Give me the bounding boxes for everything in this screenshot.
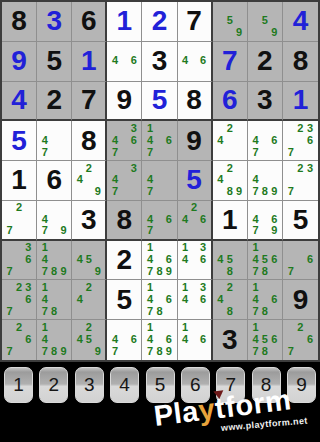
- pencil-mark-2: 2: [84, 321, 93, 333]
- given-digit: 3: [222, 326, 238, 354]
- cell-r5c8[interactable]: 4789: [248, 161, 283, 201]
- pencil-mark-4: 4: [40, 213, 49, 225]
- pencil-marks: 14678: [145, 281, 173, 317]
- pencil-mark-7: 7: [145, 225, 154, 237]
- pencil-mark-8: 8: [155, 266, 164, 278]
- cell-r6c3[interactable]: 3: [72, 201, 107, 241]
- pencil-marks: 347: [110, 162, 138, 198]
- pencil-mark-6: 6: [164, 134, 173, 146]
- cell-r3c2[interactable]: 2: [37, 82, 72, 122]
- given-digit: 2: [46, 86, 62, 114]
- bottom-bar: 123456789 Playtform www.playtform.net: [0, 362, 320, 442]
- cell-r6c9[interactable]: 5: [283, 201, 318, 241]
- given-digit: 5: [117, 286, 133, 314]
- pencil-marks: 248: [216, 281, 244, 317]
- pencil-mark-4: 4: [145, 293, 154, 305]
- user-digit: 1: [293, 86, 309, 114]
- cell-r3c7[interactable]: 6: [213, 82, 248, 122]
- pencil-marks: 367: [5, 242, 33, 278]
- pencil-mark-2: 2: [14, 202, 23, 214]
- cell-r5c9[interactable]: 237: [283, 161, 318, 201]
- cell-r8c1[interactable]: 2367: [2, 280, 37, 320]
- pencil-mark-9: 9: [59, 225, 68, 237]
- given-digit: 2: [257, 47, 273, 75]
- pencil-mark-8: 8: [155, 305, 164, 317]
- pencil-marks: 59: [216, 3, 244, 39]
- pencil-mark-1: 1: [40, 321, 49, 333]
- user-digit: 1: [117, 7, 133, 35]
- pencil-marks: 47: [40, 122, 68, 158]
- pencil-mark-9: 9: [270, 225, 279, 237]
- pencil-marks: 67: [286, 242, 315, 278]
- pencil-mark-4: 4: [75, 254, 84, 266]
- pencil-marks: 59: [251, 3, 279, 39]
- pencil-mark-9: 9: [93, 346, 102, 358]
- user-digit: 9: [11, 47, 27, 75]
- pencil-mark-8: 8: [260, 266, 269, 278]
- pencil-marks: 246: [181, 202, 208, 237]
- given-digit: 6: [46, 166, 62, 194]
- pencil-mark-4: 4: [145, 174, 154, 186]
- given-digit: 1: [222, 206, 238, 234]
- pencil-mark-4: 4: [181, 55, 190, 67]
- given-digit: 5: [46, 47, 62, 75]
- pencil-mark-6: 6: [164, 293, 173, 305]
- pencil-mark-8: 8: [49, 266, 58, 278]
- cell-r5c6[interactable]: 5: [178, 161, 213, 201]
- given-digit: 7: [186, 7, 202, 35]
- pencil-marks: 146789: [145, 321, 173, 358]
- pencil-mark-7: 7: [40, 225, 49, 237]
- cell-r9c7[interactable]: 3: [213, 320, 248, 360]
- cell-r5c5[interactable]: 47: [142, 161, 177, 201]
- pencil-mark-6: 6: [199, 55, 208, 67]
- pencil-mark-6: 6: [270, 254, 279, 266]
- pencil-mark-6: 6: [305, 333, 315, 345]
- pencil-mark-6: 6: [305, 134, 315, 146]
- pencil-mark-5: 5: [225, 254, 234, 266]
- pencil-mark-7: 7: [5, 346, 14, 358]
- pencil-marks: 4789: [251, 162, 279, 198]
- cell-r8c9[interactable]: 9: [283, 280, 318, 320]
- cell-r8c6[interactable]: 1346: [178, 280, 213, 320]
- pencil-mark-4: 4: [110, 174, 119, 186]
- cell-r4c6[interactable]: 9: [178, 121, 213, 161]
- pencil-mark-1: 1: [145, 281, 154, 293]
- cell-r1c8[interactable]: 59: [248, 2, 283, 42]
- cell-r7c1[interactable]: 367: [2, 241, 37, 281]
- logo-text: Pla: [152, 395, 201, 432]
- pencil-mark-7: 7: [251, 225, 260, 237]
- pencil-mark-4: 4: [75, 174, 84, 186]
- cell-r7c4[interactable]: 2: [107, 241, 142, 281]
- pencil-mark-9: 9: [234, 186, 243, 198]
- user-digit: 7: [222, 47, 238, 75]
- cell-r1c4[interactable]: 1: [107, 2, 142, 42]
- cell-r9c5[interactable]: 146789: [142, 320, 177, 360]
- pencil-mark-8: 8: [225, 186, 234, 198]
- cell-r6c8[interactable]: 4679: [248, 201, 283, 241]
- user-digit: 5: [186, 166, 202, 194]
- pencil-mark-2: 2: [14, 281, 23, 293]
- pencil-mark-6: 6: [24, 333, 33, 345]
- pencil-mark-4: 4: [145, 333, 154, 345]
- pencil-mark-7: 7: [286, 186, 296, 198]
- cell-r1c3[interactable]: 6: [72, 2, 107, 42]
- cell-r9c1[interactable]: 267: [2, 320, 37, 360]
- pencil-mark-4: 4: [251, 174, 260, 186]
- cell-r2c4[interactable]: 46: [107, 42, 142, 82]
- cell-r7c7[interactable]: 458: [213, 241, 248, 281]
- pencil-mark-2: 2: [296, 162, 306, 174]
- pencil-mark-7: 7: [40, 305, 49, 317]
- pencil-mark-1: 1: [145, 122, 154, 134]
- cell-r1c7[interactable]: 59: [213, 2, 248, 42]
- cell-r8c5[interactable]: 14678: [142, 280, 177, 320]
- pencil-marks: 146789: [145, 242, 173, 278]
- pencil-mark-2: 2: [84, 281, 93, 293]
- given-digit: 5: [293, 206, 309, 234]
- cell-r2c7[interactable]: 7: [213, 42, 248, 82]
- pencil-mark-2: 2: [296, 122, 306, 134]
- pencil-mark-6: 6: [129, 333, 138, 345]
- cell-r9c9[interactable]: 267: [283, 320, 318, 360]
- pencil-mark-4: 4: [216, 293, 225, 305]
- pencil-marks: 467: [110, 321, 138, 358]
- pencil-mark-1: 1: [145, 242, 154, 254]
- pencil-mark-5: 5: [84, 254, 93, 266]
- cell-r5c3[interactable]: 249: [72, 161, 107, 201]
- pencil-marks: 4679: [251, 202, 279, 237]
- cell-r1c5[interactable]: 2: [142, 2, 177, 42]
- pencil-marks: 1346: [181, 242, 208, 278]
- cell-r2c2[interactable]: 5: [37, 42, 72, 82]
- pencil-marks: 267: [5, 321, 33, 358]
- cell-r7c6[interactable]: 1346: [178, 241, 213, 281]
- cell-r8c8[interactable]: 14678: [248, 280, 283, 320]
- pencil-marks: 47: [145, 162, 173, 198]
- cell-r9c4[interactable]: 467: [107, 320, 142, 360]
- cell-r3c4[interactable]: 9: [107, 82, 142, 122]
- cell-r8c2[interactable]: 1478: [37, 280, 72, 320]
- pencil-mark-3: 3: [199, 281, 208, 293]
- cell-r4c2[interactable]: 47: [37, 121, 72, 161]
- pencil-marks: 24: [216, 122, 244, 158]
- pencil-mark-4: 4: [251, 293, 260, 305]
- cell-r3c1[interactable]: 4: [2, 82, 37, 122]
- cell-r4c3[interactable]: 8: [72, 121, 107, 161]
- cell-r2c9[interactable]: 8: [283, 42, 318, 82]
- pencil-marks: 145678: [251, 242, 279, 278]
- pencil-mark-2: 2: [225, 122, 234, 134]
- user-digit: 6: [222, 86, 238, 114]
- pencil-mark-6: 6: [164, 254, 173, 266]
- cell-r6c1[interactable]: 27: [2, 201, 37, 241]
- pencil-mark-8: 8: [225, 305, 234, 317]
- pencil-mark-7: 7: [251, 146, 260, 158]
- pencil-mark-7: 7: [251, 346, 260, 358]
- pencil-mark-8: 8: [225, 266, 234, 278]
- pencil-mark-5: 5: [260, 15, 269, 27]
- keypad-button-1[interactable]: 1: [4, 367, 33, 403]
- cell-r6c7[interactable]: 1: [213, 201, 248, 241]
- cell-r1c2[interactable]: 3: [37, 2, 72, 42]
- given-digit: 3: [81, 206, 97, 234]
- pencil-mark-4: 4: [216, 134, 225, 146]
- pencil-mark-4: 4: [40, 333, 49, 345]
- pencil-mark-6: 6: [270, 333, 279, 345]
- pencil-mark-7: 7: [145, 305, 154, 317]
- pencil-marks: 46: [181, 43, 208, 79]
- user-digit: 5: [152, 86, 168, 114]
- pencil-mark-9: 9: [59, 346, 68, 358]
- pencil-mark-6: 6: [199, 333, 208, 345]
- pencil-marks: 14678: [251, 281, 279, 317]
- cell-r5c2[interactable]: 6: [37, 161, 72, 201]
- cell-r2c6[interactable]: 46: [178, 42, 213, 82]
- keypad-button-3[interactable]: 3: [75, 367, 104, 403]
- pencil-mark-4: 4: [216, 174, 225, 186]
- cell-r5c4[interactable]: 347: [107, 161, 142, 201]
- pencil-mark-9: 9: [164, 266, 173, 278]
- pencil-mark-6: 6: [24, 254, 33, 266]
- pencil-mark-6: 6: [164, 213, 173, 225]
- pencil-mark-6: 6: [164, 333, 173, 345]
- given-digit: 3: [257, 86, 273, 114]
- cell-r7c3[interactable]: 459: [72, 241, 107, 281]
- pencil-marks: 14789: [40, 242, 68, 278]
- pencil-mark-7: 7: [251, 305, 260, 317]
- pencil-mark-4: 4: [181, 293, 190, 305]
- pencil-mark-2: 2: [190, 202, 199, 214]
- cell-r3c6[interactable]: 8: [178, 82, 213, 122]
- pencil-mark-4: 4: [110, 134, 119, 146]
- given-digit: 7: [81, 86, 97, 114]
- pencil-mark-1: 1: [181, 242, 190, 254]
- pencil-mark-4: 4: [145, 254, 154, 266]
- cell-r9c6[interactable]: 146: [178, 320, 213, 360]
- user-digit: 1: [81, 47, 97, 75]
- pencil-mark-4: 4: [251, 134, 260, 146]
- pencil-marks: 24: [75, 281, 102, 317]
- cell-r3c5[interactable]: 5: [142, 82, 177, 122]
- pencil-marks: 2367: [5, 281, 33, 317]
- pencil-mark-4: 4: [181, 333, 190, 345]
- pencil-mark-7: 7: [145, 346, 154, 358]
- cell-r1c6[interactable]: 7: [178, 2, 213, 42]
- pencil-mark-3: 3: [199, 242, 208, 254]
- cell-r4c4[interactable]: 3467: [107, 121, 142, 161]
- pencil-mark-9: 9: [164, 346, 173, 358]
- cell-r6c4[interactable]: 8: [107, 201, 142, 241]
- given-digit: 1: [11, 166, 27, 194]
- pencil-mark-5: 5: [225, 15, 234, 27]
- pencil-marks: 459: [75, 242, 102, 278]
- cell-r4c5[interactable]: 1467: [142, 121, 177, 161]
- user-digit: 4: [293, 7, 309, 35]
- cell-r6c2[interactable]: 479: [37, 201, 72, 241]
- pencil-mark-7: 7: [5, 225, 14, 237]
- keypad-button-9[interactable]: 9: [287, 367, 316, 403]
- cell-r9c8[interactable]: 145678: [248, 320, 283, 360]
- pencil-marks: 1346: [181, 281, 208, 317]
- cell-r7c2[interactable]: 14789: [37, 241, 72, 281]
- pencil-mark-8: 8: [260, 346, 269, 358]
- pencil-mark-1: 1: [40, 281, 49, 293]
- pencil-mark-4: 4: [40, 254, 49, 266]
- pencil-mark-6: 6: [129, 55, 138, 67]
- pencil-marks: 479: [40, 202, 68, 237]
- pencil-mark-6: 6: [270, 293, 279, 305]
- pencil-mark-7: 7: [251, 186, 260, 198]
- pencil-marks: 1478: [40, 281, 68, 317]
- keypad-button-2[interactable]: 2: [39, 367, 68, 403]
- pencil-mark-3: 3: [24, 281, 33, 293]
- user-digit: 5: [11, 127, 27, 155]
- pencil-marks: 27: [5, 202, 33, 237]
- pencil-mark-6: 6: [305, 254, 315, 266]
- given-digit: 9: [186, 127, 202, 155]
- pencil-mark-4: 4: [181, 254, 190, 266]
- pencil-mark-4: 4: [145, 213, 154, 225]
- pencil-mark-7: 7: [145, 146, 154, 158]
- cell-r2c3[interactable]: 1: [72, 42, 107, 82]
- cell-r7c5[interactable]: 146789: [142, 241, 177, 281]
- pencil-mark-6: 6: [270, 213, 279, 225]
- pencil-mark-4: 4: [75, 293, 84, 305]
- pencil-marks: 146: [181, 321, 208, 358]
- pencil-mark-4: 4: [181, 213, 190, 225]
- cell-r7c8[interactable]: 145678: [248, 241, 283, 281]
- pencil-mark-7: 7: [40, 346, 49, 358]
- pencil-marks: 2459: [75, 321, 102, 358]
- pencil-mark-7: 7: [145, 186, 154, 198]
- cell-r4c9[interactable]: 2367: [283, 121, 318, 161]
- pencil-marks: 145678: [251, 321, 279, 358]
- cell-r8c7[interactable]: 248: [213, 280, 248, 320]
- pencil-mark-1: 1: [40, 242, 49, 254]
- pencil-marks: 3467: [110, 122, 138, 158]
- given-digit: 8: [81, 127, 97, 155]
- pencil-mark-8: 8: [260, 186, 269, 198]
- pencil-mark-7: 7: [40, 266, 49, 278]
- cell-r2c5[interactable]: 3: [142, 42, 177, 82]
- pencil-mark-7: 7: [40, 146, 49, 158]
- given-digit: 6: [81, 7, 97, 35]
- cell-r1c9[interactable]: 4: [283, 2, 318, 42]
- pencil-mark-6: 6: [199, 213, 208, 225]
- cell-r3c9[interactable]: 1: [283, 82, 318, 122]
- pencil-mark-7: 7: [251, 266, 260, 278]
- pencil-mark-6: 6: [199, 254, 208, 266]
- pencil-mark-4: 4: [251, 333, 260, 345]
- pencil-marks: 249: [75, 162, 102, 198]
- cell-r9c3[interactable]: 2459: [72, 320, 107, 360]
- given-digit: 8: [11, 7, 27, 35]
- pencil-mark-6: 6: [270, 134, 279, 146]
- cell-r6c5[interactable]: 467: [142, 201, 177, 241]
- pencil-mark-1: 1: [145, 321, 154, 333]
- cell-r2c8[interactable]: 2: [248, 42, 283, 82]
- pencil-mark-9: 9: [234, 27, 243, 39]
- pencil-mark-7: 7: [5, 266, 14, 278]
- pencil-mark-6: 6: [129, 134, 138, 146]
- pencil-mark-2: 2: [14, 321, 23, 333]
- pencil-mark-8: 8: [49, 346, 58, 358]
- cell-r3c3[interactable]: 7: [72, 82, 107, 122]
- given-digit: 8: [293, 47, 309, 75]
- pencil-mark-2: 2: [225, 281, 234, 293]
- user-digit: 3: [46, 7, 62, 35]
- cell-r1c1[interactable]: 8: [2, 2, 37, 42]
- pencil-mark-4: 4: [75, 333, 84, 345]
- pencil-mark-2: 2: [84, 162, 93, 174]
- cell-r2c1[interactable]: 9: [2, 42, 37, 82]
- cell-r4c7[interactable]: 24: [213, 121, 248, 161]
- cell-r6c6[interactable]: 246: [178, 201, 213, 241]
- pencil-mark-5: 5: [84, 333, 93, 345]
- cell-r5c1[interactable]: 1: [2, 161, 37, 201]
- cell-r7c9[interactable]: 67: [283, 241, 318, 281]
- pencil-mark-4: 4: [110, 55, 119, 67]
- cell-r3c8[interactable]: 3: [248, 82, 283, 122]
- pencil-mark-4: 4: [251, 213, 260, 225]
- given-digit: 9: [117, 86, 133, 114]
- pencil-mark-5: 5: [260, 333, 269, 345]
- pencil-mark-9: 9: [59, 266, 68, 278]
- keypad-button-4[interactable]: 4: [110, 367, 139, 403]
- pencil-marks: 458: [216, 242, 244, 278]
- cell-r4c1[interactable]: 5: [2, 121, 37, 161]
- pencil-mark-1: 1: [181, 321, 190, 333]
- pencil-marks: 467: [251, 122, 279, 158]
- pencil-marks: 14789: [40, 321, 68, 358]
- pencil-mark-7: 7: [286, 146, 296, 158]
- pencil-mark-7: 7: [145, 266, 154, 278]
- pencil-mark-6: 6: [24, 293, 33, 305]
- cell-r5c7[interactable]: 2489: [213, 161, 248, 201]
- given-digit: 9: [293, 286, 309, 314]
- pencil-marks: 1467: [145, 122, 173, 158]
- pencil-mark-3: 3: [129, 162, 138, 174]
- pencil-mark-3: 3: [305, 162, 315, 174]
- pencil-marks: 267: [286, 321, 315, 358]
- pencil-mark-4: 4: [145, 134, 154, 146]
- pencil-mark-1: 1: [251, 321, 260, 333]
- pencil-mark-3: 3: [129, 122, 138, 134]
- cell-r8c3[interactable]: 24: [72, 280, 107, 320]
- pencil-mark-7: 7: [110, 186, 119, 198]
- pencil-marks: 467: [145, 202, 173, 237]
- pencil-mark-1: 1: [251, 281, 260, 293]
- pencil-mark-2: 2: [296, 321, 306, 333]
- user-digit: 4: [11, 86, 27, 114]
- pencil-mark-4: 4: [216, 254, 225, 266]
- cell-r9c2[interactable]: 14789: [37, 320, 72, 360]
- cell-r8c4[interactable]: 5: [107, 280, 142, 320]
- cell-r4c8[interactable]: 467: [248, 121, 283, 161]
- pencil-mark-1: 1: [181, 281, 190, 293]
- pencil-mark-9: 9: [93, 186, 102, 198]
- pencil-mark-3: 3: [24, 242, 33, 254]
- pencil-marks: 237: [286, 162, 315, 198]
- given-digit: 8: [186, 86, 202, 114]
- sudoku-board: 8361275959495146346728427958631547834671…: [0, 0, 320, 362]
- pencil-mark-7: 7: [286, 346, 296, 358]
- pencil-mark-9: 9: [270, 27, 279, 39]
- pencil-mark-4: 4: [110, 333, 119, 345]
- pencil-mark-8: 8: [155, 346, 164, 358]
